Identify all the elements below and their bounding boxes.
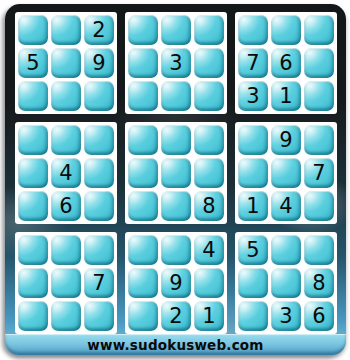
given-digit: 5 [246,240,259,261]
cell-r9c2[interactable] [51,301,81,331]
cell-r3c6[interactable] [194,81,224,111]
cell-r2c5[interactable]: 3 [161,48,191,78]
given-digit: 3 [279,306,292,327]
cell-r6c6[interactable]: 8 [194,191,224,221]
given-digit: 5 [26,53,39,74]
given-digit: 9 [92,53,105,74]
cell-r2c7[interactable]: 7 [238,48,268,78]
cell-r9c5[interactable]: 2 [161,301,191,331]
cell-r8c8[interactable] [271,268,301,298]
cell-r9c3[interactable] [84,301,114,331]
box-1: 259 [15,12,117,114]
box-2: 3 [125,12,227,114]
given-digit: 4 [279,196,292,217]
cell-r4c8[interactable]: 9 [271,125,301,155]
cell-r8c6[interactable] [194,268,224,298]
cell-r2c2[interactable] [51,48,81,78]
cell-r3c3[interactable] [84,81,114,111]
cell-r1c2[interactable] [51,15,81,45]
cell-r4c4[interactable] [128,125,158,155]
cell-r7c4[interactable] [128,235,158,265]
cell-r1c6[interactable] [194,15,224,45]
cell-r4c7[interactable] [238,125,268,155]
cell-r9c4[interactable] [128,301,158,331]
board-frame: 259376314689714749215836 www.sudokusweb.… [5,4,346,355]
box-5: 8 [125,122,227,224]
cell-r6c3[interactable] [84,191,114,221]
given-digit: 9 [279,130,292,151]
cell-r4c1[interactable] [18,125,48,155]
cell-r2c9[interactable] [304,48,334,78]
cell-r8c4[interactable] [128,268,158,298]
cell-r4c9[interactable] [304,125,334,155]
cell-r7c7[interactable]: 5 [238,235,268,265]
cell-r5c2[interactable]: 4 [51,158,81,188]
cell-r5c4[interactable] [128,158,158,188]
cell-r7c8[interactable] [271,235,301,265]
given-digit: 2 [169,306,182,327]
given-digit: 9 [169,273,182,294]
cell-r6c9[interactable] [304,191,334,221]
cell-r3c5[interactable] [161,81,191,111]
given-digit: 2 [92,20,105,41]
given-digit: 6 [312,306,325,327]
cell-r8c3[interactable]: 7 [84,268,114,298]
cell-r6c5[interactable] [161,191,191,221]
cell-r2c4[interactable] [128,48,158,78]
cell-r4c2[interactable] [51,125,81,155]
cell-r5c9[interactable]: 7 [304,158,334,188]
cell-r5c3[interactable] [84,158,114,188]
footer-bar: www.sudokusweb.com [5,334,346,355]
cell-r9c7[interactable] [238,301,268,331]
cell-r5c5[interactable] [161,158,191,188]
cell-r7c9[interactable] [304,235,334,265]
cell-r7c2[interactable] [51,235,81,265]
cell-r9c6[interactable]: 1 [194,301,224,331]
cell-r6c1[interactable] [18,191,48,221]
cell-r1c8[interactable] [271,15,301,45]
cell-r6c8[interactable]: 4 [271,191,301,221]
box-7: 7 [15,232,117,334]
cell-r2c1[interactable]: 5 [18,48,48,78]
cell-r5c8[interactable] [271,158,301,188]
given-digit: 8 [202,196,215,217]
given-digit: 1 [246,196,259,217]
given-digit: 7 [246,53,259,74]
cell-r1c7[interactable] [238,15,268,45]
cell-r3c8[interactable]: 1 [271,81,301,111]
given-digit: 4 [59,163,72,184]
page: 259376314689714749215836 www.sudokusweb.… [0,0,350,360]
cell-r8c2[interactable] [51,268,81,298]
cell-r6c7[interactable]: 1 [238,191,268,221]
given-digit: 6 [59,196,72,217]
cell-r5c1[interactable] [18,158,48,188]
cell-r2c8[interactable]: 6 [271,48,301,78]
cell-r7c6[interactable]: 4 [194,235,224,265]
cell-r5c6[interactable] [194,158,224,188]
cell-r8c7[interactable] [238,268,268,298]
box-6: 9714 [235,122,337,224]
cell-r2c3[interactable]: 9 [84,48,114,78]
cell-r1c5[interactable] [161,15,191,45]
cell-r3c7[interactable]: 3 [238,81,268,111]
given-digit: 4 [202,240,215,261]
sudoku-board: 259376314689714749215836 [15,12,337,334]
cell-r1c4[interactable] [128,15,158,45]
cell-r5c7[interactable] [238,158,268,188]
given-digit: 1 [202,306,215,327]
given-digit: 1 [279,86,292,107]
cell-r6c2[interactable]: 6 [51,191,81,221]
box-4: 46 [15,122,117,224]
cell-r7c1[interactable] [18,235,48,265]
cell-r8c1[interactable] [18,268,48,298]
given-digit: 3 [246,86,259,107]
cell-r8c5[interactable]: 9 [161,268,191,298]
cell-r7c5[interactable] [161,235,191,265]
cell-r3c9[interactable] [304,81,334,111]
cell-r9c1[interactable] [18,301,48,331]
box-3: 7631 [235,12,337,114]
cell-r3c1[interactable] [18,81,48,111]
cell-r8c9[interactable]: 8 [304,268,334,298]
cell-r3c4[interactable] [128,81,158,111]
site-url[interactable]: www.sudokusweb.com [87,337,263,353]
cell-r1c3[interactable]: 2 [84,15,114,45]
given-digit: 6 [279,53,292,74]
cell-r7c3[interactable] [84,235,114,265]
given-digit: 8 [312,273,325,294]
cell-r4c5[interactable] [161,125,191,155]
given-digit: 7 [92,273,105,294]
cell-r4c6[interactable] [194,125,224,155]
box-9: 5836 [235,232,337,334]
cell-r6c4[interactable] [128,191,158,221]
cell-r3c2[interactable] [51,81,81,111]
box-8: 4921 [125,232,227,334]
cell-r9c8[interactable]: 3 [271,301,301,331]
cell-r9c9[interactable]: 6 [304,301,334,331]
cell-r1c9[interactable] [304,15,334,45]
cell-r4c3[interactable] [84,125,114,155]
given-digit: 3 [169,53,182,74]
cell-r1c1[interactable] [18,15,48,45]
cell-r2c6[interactable] [194,48,224,78]
given-digit: 7 [312,163,325,184]
